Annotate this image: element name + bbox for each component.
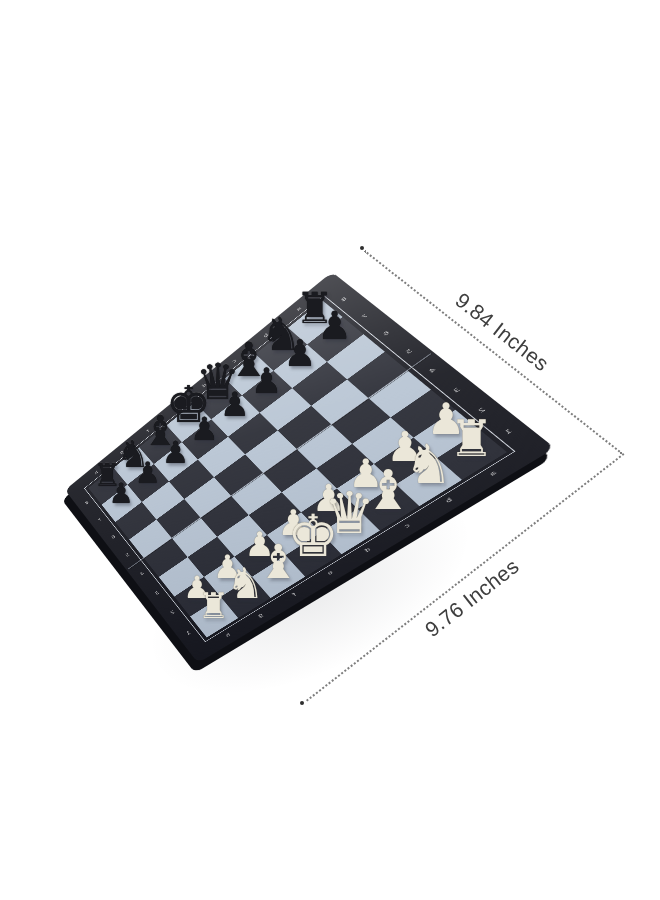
file-label-near-b: b [444, 497, 453, 504]
rank-label-afile-8: 8 [340, 296, 348, 302]
rank-label-afile-5: 5 [405, 348, 413, 354]
file-label-far-h: h [94, 470, 99, 475]
file-label-near-a: a [488, 470, 497, 477]
rank-label-hfile-5: 5 [125, 552, 130, 557]
rank-label-hfile-3: 3 [154, 590, 160, 595]
product-photo: aabbccddeeffgghh8877665544332211 ♜♞♝♛♚♝♞… [0, 0, 660, 900]
file-label-near-c: c [403, 523, 411, 529]
rank-label-hfile-8: 8 [84, 500, 89, 505]
rank-label-hfile-1: 1 [186, 630, 192, 636]
rank-label-hfile-2: 2 [170, 610, 176, 616]
rank-label-afile-2: 2 [477, 407, 486, 414]
file-label-near-f: f [292, 592, 298, 597]
depth-dimension-endpoint-dot [300, 701, 304, 705]
file-label-far-g: g [119, 450, 124, 455]
file-label-near-d: d [363, 547, 371, 553]
width-dimension-endpoint-dot [360, 246, 364, 250]
rank-label-afile-4: 4 [428, 367, 437, 374]
file-label-near-h: h [225, 632, 232, 638]
file-label-far-f: f [146, 429, 150, 433]
file-label-near-e: e [326, 570, 334, 576]
rank-label-afile-1: 1 [504, 428, 514, 435]
rank-label-hfile-6: 6 [111, 534, 116, 539]
file-label-far-a: a [295, 306, 302, 312]
rank-label-hfile-4: 4 [139, 571, 145, 576]
file-label-far-d: d [201, 383, 207, 388]
rank-label-afile-6: 6 [382, 330, 390, 336]
rank-label-afile-3: 3 [452, 387, 461, 394]
file-label-far-c: c [231, 358, 237, 363]
file-label-far-b: b [262, 333, 269, 339]
file-label-far-e: e [173, 406, 179, 411]
rank-label-afile-7: 7 [361, 313, 369, 319]
file-label-near-g: g [257, 612, 264, 618]
rank-label-hfile-7: 7 [97, 517, 102, 522]
